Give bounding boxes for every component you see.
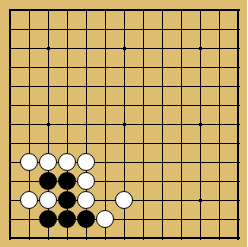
intersection[interactable] <box>153 210 172 229</box>
intersection[interactable] <box>210 210 229 229</box>
intersection[interactable] <box>229 153 248 172</box>
white-stone <box>77 153 95 171</box>
intersection[interactable] <box>115 134 134 153</box>
black-stone <box>58 172 76 190</box>
intersection[interactable] <box>191 229 210 247</box>
intersection[interactable] <box>134 20 153 39</box>
intersection[interactable] <box>153 39 172 58</box>
white-stone <box>115 191 133 209</box>
intersection[interactable] <box>58 58 77 77</box>
intersection[interactable] <box>115 115 134 134</box>
intersection[interactable] <box>77 229 96 247</box>
intersection[interactable] <box>39 1 58 20</box>
intersection[interactable] <box>1 210 20 229</box>
intersection[interactable] <box>96 20 115 39</box>
intersection[interactable] <box>229 39 248 58</box>
intersection[interactable] <box>77 39 96 58</box>
intersection[interactable] <box>58 210 77 229</box>
intersection[interactable] <box>20 20 39 39</box>
intersection[interactable] <box>229 58 248 77</box>
intersection[interactable] <box>134 96 153 115</box>
intersection[interactable] <box>153 77 172 96</box>
intersection[interactable] <box>191 39 210 58</box>
intersection[interactable] <box>229 172 248 191</box>
intersection[interactable] <box>134 77 153 96</box>
intersection[interactable] <box>96 172 115 191</box>
white-stone <box>77 191 95 209</box>
intersection[interactable] <box>172 20 191 39</box>
intersection[interactable] <box>58 229 77 247</box>
go-board <box>0 0 247 247</box>
intersection[interactable] <box>20 96 39 115</box>
intersection-grid <box>1 1 248 247</box>
intersection[interactable] <box>172 77 191 96</box>
intersection[interactable] <box>153 153 172 172</box>
intersection[interactable] <box>20 172 39 191</box>
intersection[interactable] <box>191 58 210 77</box>
intersection[interactable] <box>172 153 191 172</box>
black-stone <box>39 172 57 190</box>
intersection[interactable] <box>229 77 248 96</box>
intersection[interactable] <box>115 77 134 96</box>
intersection[interactable] <box>20 210 39 229</box>
intersection[interactable] <box>229 229 248 247</box>
intersection[interactable] <box>191 96 210 115</box>
white-stone <box>58 153 76 171</box>
intersection[interactable] <box>210 172 229 191</box>
intersection[interactable] <box>1 1 20 20</box>
intersection[interactable] <box>1 115 20 134</box>
intersection[interactable] <box>1 191 20 210</box>
intersection[interactable] <box>39 210 58 229</box>
white-stone <box>39 153 57 171</box>
intersection[interactable] <box>191 210 210 229</box>
intersection[interactable] <box>153 229 172 247</box>
intersection[interactable] <box>210 115 229 134</box>
intersection[interactable] <box>58 39 77 58</box>
black-stone <box>39 210 57 228</box>
intersection[interactable] <box>77 210 96 229</box>
intersection[interactable] <box>229 134 248 153</box>
intersection[interactable] <box>39 191 58 210</box>
intersection[interactable] <box>77 1 96 20</box>
intersection[interactable] <box>229 191 248 210</box>
intersection[interactable] <box>153 172 172 191</box>
intersection[interactable] <box>115 172 134 191</box>
intersection[interactable] <box>1 134 20 153</box>
intersection[interactable] <box>77 172 96 191</box>
intersection[interactable] <box>172 39 191 58</box>
intersection[interactable] <box>210 77 229 96</box>
intersection[interactable] <box>134 210 153 229</box>
intersection[interactable] <box>153 115 172 134</box>
intersection[interactable] <box>20 229 39 247</box>
white-stone <box>20 191 38 209</box>
intersection[interactable] <box>58 96 77 115</box>
intersection[interactable] <box>191 77 210 96</box>
intersection[interactable] <box>229 20 248 39</box>
intersection[interactable] <box>39 172 58 191</box>
intersection[interactable] <box>77 77 96 96</box>
white-stone <box>96 210 114 228</box>
intersection[interactable] <box>134 1 153 20</box>
intersection[interactable] <box>191 115 210 134</box>
intersection[interactable] <box>229 115 248 134</box>
intersection[interactable] <box>172 172 191 191</box>
intersection[interactable] <box>153 20 172 39</box>
intersection[interactable] <box>210 153 229 172</box>
intersection[interactable] <box>210 1 229 20</box>
intersection[interactable] <box>96 229 115 247</box>
intersection[interactable] <box>172 134 191 153</box>
intersection[interactable] <box>172 96 191 115</box>
intersection[interactable] <box>58 172 77 191</box>
intersection[interactable] <box>172 210 191 229</box>
intersection[interactable] <box>96 96 115 115</box>
intersection[interactable] <box>77 96 96 115</box>
intersection[interactable] <box>191 1 210 20</box>
intersection[interactable] <box>58 20 77 39</box>
intersection[interactable] <box>20 134 39 153</box>
intersection[interactable] <box>210 20 229 39</box>
intersection[interactable] <box>210 96 229 115</box>
intersection[interactable] <box>172 229 191 247</box>
intersection[interactable] <box>39 58 58 77</box>
intersection[interactable] <box>134 134 153 153</box>
intersection[interactable] <box>20 58 39 77</box>
intersection[interactable] <box>153 58 172 77</box>
intersection[interactable] <box>1 153 20 172</box>
white-stone <box>20 153 38 171</box>
intersection[interactable] <box>134 39 153 58</box>
intersection[interactable] <box>77 134 96 153</box>
intersection[interactable] <box>134 58 153 77</box>
intersection[interactable] <box>58 153 77 172</box>
intersection[interactable] <box>77 153 96 172</box>
black-stone <box>58 210 76 228</box>
white-stone <box>39 191 57 209</box>
intersection[interactable] <box>58 134 77 153</box>
intersection[interactable] <box>1 77 20 96</box>
intersection[interactable] <box>1 58 20 77</box>
intersection[interactable] <box>153 134 172 153</box>
intersection[interactable] <box>20 39 39 58</box>
intersection[interactable] <box>1 229 20 247</box>
intersection[interactable] <box>134 172 153 191</box>
intersection[interactable] <box>115 1 134 20</box>
intersection[interactable] <box>58 191 77 210</box>
intersection[interactable] <box>20 153 39 172</box>
intersection[interactable] <box>115 191 134 210</box>
intersection[interactable] <box>191 191 210 210</box>
intersection[interactable] <box>134 153 153 172</box>
intersection[interactable] <box>210 229 229 247</box>
intersection[interactable] <box>115 96 134 115</box>
intersection[interactable] <box>39 39 58 58</box>
intersection[interactable] <box>172 58 191 77</box>
intersection[interactable] <box>191 153 210 172</box>
intersection[interactable] <box>96 77 115 96</box>
intersection[interactable] <box>210 191 229 210</box>
intersection[interactable] <box>39 115 58 134</box>
intersection[interactable] <box>1 96 20 115</box>
intersection[interactable] <box>20 115 39 134</box>
intersection[interactable] <box>96 191 115 210</box>
intersection[interactable] <box>1 39 20 58</box>
intersection[interactable] <box>191 20 210 39</box>
intersection[interactable] <box>96 39 115 58</box>
intersection[interactable] <box>58 77 77 96</box>
intersection[interactable] <box>153 1 172 20</box>
intersection[interactable] <box>96 153 115 172</box>
intersection[interactable] <box>77 115 96 134</box>
intersection[interactable] <box>96 1 115 20</box>
intersection[interactable] <box>20 77 39 96</box>
intersection[interactable] <box>115 229 134 247</box>
intersection[interactable] <box>39 77 58 96</box>
intersection[interactable] <box>96 58 115 77</box>
intersection[interactable] <box>1 20 20 39</box>
intersection[interactable] <box>134 191 153 210</box>
intersection[interactable] <box>210 39 229 58</box>
intersection[interactable] <box>39 153 58 172</box>
intersection[interactable] <box>229 210 248 229</box>
intersection[interactable] <box>39 20 58 39</box>
intersection[interactable] <box>1 172 20 191</box>
intersection[interactable] <box>77 58 96 77</box>
intersection[interactable] <box>77 20 96 39</box>
intersection[interactable] <box>191 134 210 153</box>
intersection[interactable] <box>229 1 248 20</box>
intersection[interactable] <box>172 115 191 134</box>
intersection[interactable] <box>96 134 115 153</box>
intersection[interactable] <box>96 115 115 134</box>
intersection[interactable] <box>229 96 248 115</box>
intersection[interactable] <box>20 191 39 210</box>
intersection[interactable] <box>153 96 172 115</box>
intersection[interactable] <box>39 96 58 115</box>
intersection[interactable] <box>115 153 134 172</box>
intersection[interactable] <box>191 172 210 191</box>
intersection[interactable] <box>210 134 229 153</box>
intersection[interactable] <box>134 229 153 247</box>
intersection[interactable] <box>172 191 191 210</box>
intersection[interactable] <box>153 191 172 210</box>
intersection[interactable] <box>96 210 115 229</box>
black-stone <box>58 191 76 209</box>
intersection[interactable] <box>134 115 153 134</box>
white-stone <box>77 172 95 190</box>
intersection[interactable] <box>58 115 77 134</box>
intersection[interactable] <box>115 20 134 39</box>
intersection[interactable] <box>115 39 134 58</box>
intersection[interactable] <box>58 1 77 20</box>
intersection[interactable] <box>39 229 58 247</box>
intersection[interactable] <box>115 58 134 77</box>
intersection[interactable] <box>115 210 134 229</box>
intersection[interactable] <box>172 1 191 20</box>
intersection[interactable] <box>77 191 96 210</box>
intersection[interactable] <box>210 58 229 77</box>
intersection[interactable] <box>39 134 58 153</box>
black-stone <box>77 210 95 228</box>
intersection[interactable] <box>20 1 39 20</box>
